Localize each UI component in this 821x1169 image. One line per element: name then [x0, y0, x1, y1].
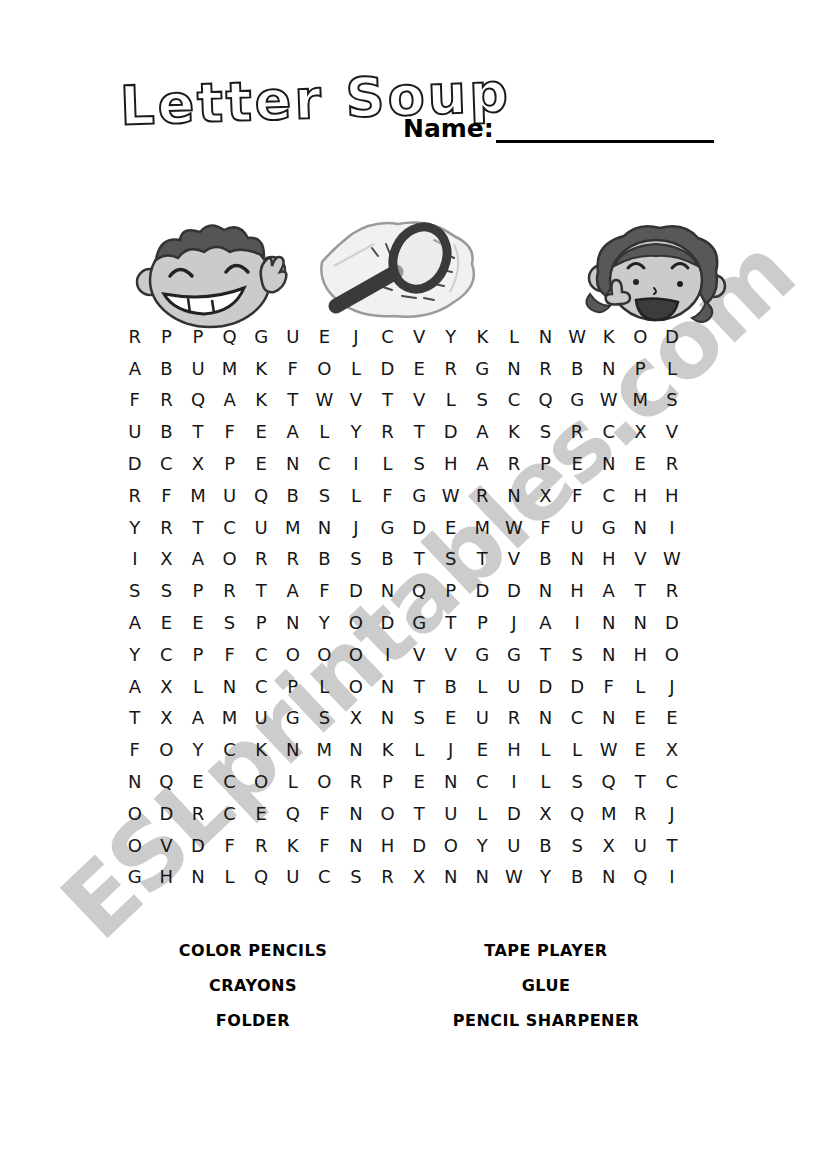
grid-cell-r15c5[interactable]: O — [245, 766, 277, 798]
grid-cell-r14c13[interactable]: H — [498, 734, 530, 766]
grid-cell-r7c18[interactable]: I — [656, 512, 688, 544]
grid-cell-r2c2[interactable]: B — [151, 353, 183, 385]
grid-cell-r11c12[interactable]: G — [467, 639, 499, 671]
grid-cell-r5c9[interactable]: L — [372, 448, 404, 480]
grid-cell-r6c18[interactable]: H — [656, 480, 688, 512]
grid-cell-r18c8[interactable]: S — [340, 862, 372, 894]
grid-cell-r17c16[interactable]: X — [593, 830, 625, 862]
grid-cell-r3c11[interactable]: L — [435, 385, 467, 417]
grid-cell-r10c5[interactable]: P — [245, 607, 277, 639]
grid-cell-r10c9[interactable]: D — [372, 607, 404, 639]
grid-cell-r9c3[interactable]: P — [182, 575, 214, 607]
grid-cell-r8c11[interactable]: S — [435, 544, 467, 576]
grid-cell-r9c11[interactable]: P — [435, 575, 467, 607]
grid-cell-r2c10[interactable]: E — [403, 353, 435, 385]
grid-cell-r3c4[interactable]: A — [214, 385, 246, 417]
grid-cell-r3c17[interactable]: M — [625, 385, 657, 417]
grid-cell-r2c11[interactable]: R — [435, 353, 467, 385]
grid-cell-r6c8[interactable]: L — [340, 480, 372, 512]
grid-cell-r12c10[interactable]: T — [403, 671, 435, 703]
grid-cell-r4c10[interactable]: T — [403, 416, 435, 448]
grid-cell-r13c4[interactable]: M — [214, 703, 246, 735]
grid-cell-r16c2[interactable]: D — [151, 798, 183, 830]
grid-cell-r12c16[interactable]: F — [593, 671, 625, 703]
grid-cell-r15c4[interactable]: C — [214, 766, 246, 798]
grid-cell-r16c7[interactable]: F — [309, 798, 341, 830]
grid-cell-r8c1[interactable]: I — [119, 544, 151, 576]
grid-cell-r12c4[interactable]: N — [214, 671, 246, 703]
grid-cell-r9c2[interactable]: S — [151, 575, 183, 607]
grid-cell-r5c4[interactable]: P — [214, 448, 246, 480]
grid-cell-r17c13[interactable]: U — [498, 830, 530, 862]
grid-cell-r12c7[interactable]: L — [309, 671, 341, 703]
grid-cell-r18c5[interactable]: Q — [245, 862, 277, 894]
grid-cell-r16c17[interactable]: R — [625, 798, 657, 830]
grid-cell-r13c7[interactable]: S — [309, 703, 341, 735]
grid-cell-r12c15[interactable]: D — [561, 671, 593, 703]
grid-cell-r14c10[interactable]: L — [403, 734, 435, 766]
grid-cell-r6c16[interactable]: C — [593, 480, 625, 512]
grid-cell-r18c17[interactable]: Q — [625, 862, 657, 894]
grid-cell-r14c8[interactable]: N — [340, 734, 372, 766]
grid-cell-r16c5[interactable]: E — [245, 798, 277, 830]
grid-cell-r14c9[interactable]: K — [372, 734, 404, 766]
grid-cell-r10c11[interactable]: T — [435, 607, 467, 639]
grid-cell-r9c14[interactable]: N — [530, 575, 562, 607]
grid-cell-r7c7[interactable]: N — [309, 512, 341, 544]
grid-cell-r17c5[interactable]: R — [245, 830, 277, 862]
grid-cell-r7c8[interactable]: J — [340, 512, 372, 544]
grid-cell-r14c6[interactable]: N — [277, 734, 309, 766]
grid-cell-r17c10[interactable]: D — [403, 830, 435, 862]
grid-cell-r13c18[interactable]: E — [656, 703, 688, 735]
grid-cell-r8c5[interactable]: R — [245, 544, 277, 576]
grid-cell-r15c18[interactable]: C — [656, 766, 688, 798]
grid-cell-r18c9[interactable]: R — [372, 862, 404, 894]
grid-cell-r7c14[interactable]: F — [530, 512, 562, 544]
grid-cell-r18c2[interactable]: H — [151, 862, 183, 894]
grid-cell-r6c11[interactable]: W — [435, 480, 467, 512]
grid-cell-r11c18[interactable]: O — [656, 639, 688, 671]
grid-cell-r1c14[interactable]: N — [530, 321, 562, 353]
grid-cell-r5c6[interactable]: N — [277, 448, 309, 480]
grid-cell-r4c14[interactable]: S — [530, 416, 562, 448]
grid-cell-r8c4[interactable]: O — [214, 544, 246, 576]
grid-cell-r4c1[interactable]: U — [119, 416, 151, 448]
grid-cell-r5c14[interactable]: P — [530, 448, 562, 480]
grid-cell-r9c17[interactable]: T — [625, 575, 657, 607]
grid-cell-r14c16[interactable]: W — [593, 734, 625, 766]
grid-cell-r4c9[interactable]: R — [372, 416, 404, 448]
grid-cell-r2c12[interactable]: G — [467, 353, 499, 385]
grid-cell-r6c1[interactable]: R — [119, 480, 151, 512]
grid-cell-r5c18[interactable]: R — [656, 448, 688, 480]
grid-cell-r12c6[interactable]: P — [277, 671, 309, 703]
grid-cell-r10c6[interactable]: N — [277, 607, 309, 639]
grid-cell-r14c12[interactable]: E — [467, 734, 499, 766]
grid-cell-r17c17[interactable]: U — [625, 830, 657, 862]
grid-cell-r16c11[interactable]: U — [435, 798, 467, 830]
grid-cell-r13c5[interactable]: U — [245, 703, 277, 735]
grid-cell-r10c2[interactable]: E — [151, 607, 183, 639]
grid-cell-r15c13[interactable]: I — [498, 766, 530, 798]
grid-cell-r9c10[interactable]: Q — [403, 575, 435, 607]
grid-cell-r13c1[interactable]: T — [119, 703, 151, 735]
grid-cell-r18c18[interactable]: I — [656, 862, 688, 894]
grid-cell-r13c12[interactable]: U — [467, 703, 499, 735]
grid-cell-r3c8[interactable]: V — [340, 385, 372, 417]
grid-cell-r10c10[interactable]: G — [403, 607, 435, 639]
grid-cell-r4c11[interactable]: D — [435, 416, 467, 448]
grid-cell-r7c6[interactable]: M — [277, 512, 309, 544]
grid-cell-r14c11[interactable]: J — [435, 734, 467, 766]
grid-cell-r2c9[interactable]: D — [372, 353, 404, 385]
grid-cell-r18c6[interactable]: U — [277, 862, 309, 894]
grid-cell-r5c2[interactable]: C — [151, 448, 183, 480]
grid-cell-r16c16[interactable]: M — [593, 798, 625, 830]
grid-cell-r6c13[interactable]: N — [498, 480, 530, 512]
grid-cell-r12c13[interactable]: U — [498, 671, 530, 703]
grid-cell-r13c11[interactable]: E — [435, 703, 467, 735]
grid-cell-r3c18[interactable]: S — [656, 385, 688, 417]
grid-cell-r15c17[interactable]: T — [625, 766, 657, 798]
grid-cell-r15c15[interactable]: S — [561, 766, 593, 798]
grid-cell-r7c13[interactable]: W — [498, 512, 530, 544]
grid-cell-r4c4[interactable]: F — [214, 416, 246, 448]
grid-cell-r7c16[interactable]: G — [593, 512, 625, 544]
grid-cell-r15c3[interactable]: E — [182, 766, 214, 798]
grid-cell-r10c4[interactable]: S — [214, 607, 246, 639]
grid-cell-r18c4[interactable]: L — [214, 862, 246, 894]
grid-cell-r6c3[interactable]: M — [182, 480, 214, 512]
grid-cell-r15c7[interactable]: O — [309, 766, 341, 798]
grid-cell-r14c15[interactable]: L — [561, 734, 593, 766]
grid-cell-r16c9[interactable]: O — [372, 798, 404, 830]
grid-cell-r17c8[interactable]: N — [340, 830, 372, 862]
grid-cell-r8c15[interactable]: N — [561, 544, 593, 576]
grid-cell-r17c12[interactable]: Y — [467, 830, 499, 862]
grid-cell-r14c7[interactable]: M — [309, 734, 341, 766]
grid-cell-r13c2[interactable]: X — [151, 703, 183, 735]
grid-cell-r18c10[interactable]: X — [403, 862, 435, 894]
grid-cell-r15c2[interactable]: Q — [151, 766, 183, 798]
grid-cell-r2c14[interactable]: R — [530, 353, 562, 385]
grid-cell-r8c8[interactable]: S — [340, 544, 372, 576]
grid-cell-r16c10[interactable]: T — [403, 798, 435, 830]
grid-cell-r11c7[interactable]: O — [309, 639, 341, 671]
grid-cell-r5c17[interactable]: E — [625, 448, 657, 480]
grid-cell-r12c18[interactable]: J — [656, 671, 688, 703]
grid-cell-r13c16[interactable]: N — [593, 703, 625, 735]
grid-cell-r18c3[interactable]: N — [182, 862, 214, 894]
grid-cell-r12c12[interactable]: L — [467, 671, 499, 703]
grid-cell-r10c14[interactable]: A — [530, 607, 562, 639]
grid-cell-r13c3[interactable]: A — [182, 703, 214, 735]
grid-cell-r14c5[interactable]: K — [245, 734, 277, 766]
grid-cell-r8c6[interactable]: R — [277, 544, 309, 576]
grid-cell-r4c17[interactable]: X — [625, 416, 657, 448]
grid-cell-r7c4[interactable]: C — [214, 512, 246, 544]
grid-cell-r8c7[interactable]: B — [309, 544, 341, 576]
grid-cell-r4c16[interactable]: C — [593, 416, 625, 448]
grid-cell-r2c5[interactable]: K — [245, 353, 277, 385]
grid-cell-r7c1[interactable]: Y — [119, 512, 151, 544]
grid-cell-r10c13[interactable]: J — [498, 607, 530, 639]
grid-cell-r11c10[interactable]: V — [403, 639, 435, 671]
grid-cell-r5c5[interactable]: E — [245, 448, 277, 480]
grid-cell-r6c12[interactable]: R — [467, 480, 499, 512]
grid-cell-r16c18[interactable]: J — [656, 798, 688, 830]
grid-cell-r18c11[interactable]: N — [435, 862, 467, 894]
grid-cell-r14c17[interactable]: E — [625, 734, 657, 766]
grid-cell-r18c12[interactable]: N — [467, 862, 499, 894]
grid-cell-r11c11[interactable]: V — [435, 639, 467, 671]
grid-cell-r9c15[interactable]: H — [561, 575, 593, 607]
grid-cell-r11c5[interactable]: C — [245, 639, 277, 671]
grid-cell-r8c18[interactable]: W — [656, 544, 688, 576]
grid-cell-r3c12[interactable]: S — [467, 385, 499, 417]
grid-cell-r15c12[interactable]: C — [467, 766, 499, 798]
grid-cell-r14c1[interactable]: F — [119, 734, 151, 766]
grid-cell-r4c6[interactable]: A — [277, 416, 309, 448]
grid-cell-r2c13[interactable]: N — [498, 353, 530, 385]
grid-cell-r8c16[interactable]: H — [593, 544, 625, 576]
grid-cell-r6c4[interactable]: U — [214, 480, 246, 512]
grid-cell-r2c15[interactable]: B — [561, 353, 593, 385]
grid-cell-r9c5[interactable]: T — [245, 575, 277, 607]
grid-cell-r6c14[interactable]: X — [530, 480, 562, 512]
grid-cell-r12c2[interactable]: X — [151, 671, 183, 703]
grid-cell-r8c10[interactable]: T — [403, 544, 435, 576]
grid-cell-r13c15[interactable]: C — [561, 703, 593, 735]
grid-cell-r18c16[interactable]: N — [593, 862, 625, 894]
grid-cell-r9c16[interactable]: A — [593, 575, 625, 607]
grid-cell-r12c14[interactable]: D — [530, 671, 562, 703]
grid-cell-r2c6[interactable]: F — [277, 353, 309, 385]
grid-cell-r8c14[interactable]: B — [530, 544, 562, 576]
grid-cell-r12c3[interactable]: L — [182, 671, 214, 703]
grid-cell-r7c10[interactable]: D — [403, 512, 435, 544]
grid-cell-r12c5[interactable]: C — [245, 671, 277, 703]
grid-cell-r7c9[interactable]: G — [372, 512, 404, 544]
grid-cell-r5c16[interactable]: N — [593, 448, 625, 480]
grid-cell-r18c13[interactable]: W — [498, 862, 530, 894]
grid-cell-r7c15[interactable]: U — [561, 512, 593, 544]
grid-cell-r7c17[interactable]: N — [625, 512, 657, 544]
grid-cell-r4c12[interactable]: A — [467, 416, 499, 448]
grid-cell-r11c16[interactable]: N — [593, 639, 625, 671]
grid-cell-r8c17[interactable]: V — [625, 544, 657, 576]
grid-cell-r11c9[interactable]: I — [372, 639, 404, 671]
grid-cell-r7c12[interactable]: M — [467, 512, 499, 544]
grid-cell-r16c14[interactable]: X — [530, 798, 562, 830]
grid-cell-r11c3[interactable]: P — [182, 639, 214, 671]
grid-cell-r16c6[interactable]: Q — [277, 798, 309, 830]
grid-cell-r13c9[interactable]: N — [372, 703, 404, 735]
grid-cell-r5c1[interactable]: D — [119, 448, 151, 480]
grid-cell-r7c11[interactable]: E — [435, 512, 467, 544]
grid-cell-r17c2[interactable]: V — [151, 830, 183, 862]
grid-cell-r4c7[interactable]: L — [309, 416, 341, 448]
grid-cell-r5c7[interactable]: C — [309, 448, 341, 480]
grid-cell-r18c1[interactable]: G — [119, 862, 151, 894]
grid-cell-r3c6[interactable]: T — [277, 385, 309, 417]
grid-cell-r10c18[interactable]: D — [656, 607, 688, 639]
grid-cell-r9c4[interactable]: R — [214, 575, 246, 607]
grid-cell-r17c4[interactable]: F — [214, 830, 246, 862]
grid-cell-r12c9[interactable]: N — [372, 671, 404, 703]
grid-cell-r9c12[interactable]: D — [467, 575, 499, 607]
grid-cell-r2c17[interactable]: P — [625, 353, 657, 385]
grid-cell-r11c13[interactable]: G — [498, 639, 530, 671]
grid-cell-r12c8[interactable]: O — [340, 671, 372, 703]
grid-cell-r13c6[interactable]: G — [277, 703, 309, 735]
grid-cell-r5c3[interactable]: X — [182, 448, 214, 480]
grid-cell-r4c5[interactable]: E — [245, 416, 277, 448]
grid-cell-r9c9[interactable]: N — [372, 575, 404, 607]
grid-cell-r6c7[interactable]: S — [309, 480, 341, 512]
grid-cell-r17c11[interactable]: O — [435, 830, 467, 862]
grid-cell-r11c17[interactable]: H — [625, 639, 657, 671]
grid-cell-r2c4[interactable]: M — [214, 353, 246, 385]
grid-cell-r12c1[interactable]: A — [119, 671, 151, 703]
grid-cell-r6c5[interactable]: Q — [245, 480, 277, 512]
grid-cell-r9c1[interactable]: S — [119, 575, 151, 607]
grid-cell-r11c8[interactable]: O — [340, 639, 372, 671]
grid-cell-r5c15[interactable]: E — [561, 448, 593, 480]
grid-cell-r12c17[interactable]: L — [625, 671, 657, 703]
grid-cell-r16c4[interactable]: C — [214, 798, 246, 830]
grid-cell-r10c7[interactable]: Y — [309, 607, 341, 639]
grid-cell-r16c3[interactable]: R — [182, 798, 214, 830]
grid-cell-r17c18[interactable]: T — [656, 830, 688, 862]
grid-cell-r11c14[interactable]: T — [530, 639, 562, 671]
grid-cell-r18c14[interactable]: Y — [530, 862, 562, 894]
grid-cell-r7c2[interactable]: R — [151, 512, 183, 544]
grid-cell-r12c11[interactable]: B — [435, 671, 467, 703]
grid-cell-r3c7[interactable]: W — [309, 385, 341, 417]
grid-cell-r8c13[interactable]: V — [498, 544, 530, 576]
grid-cell-r11c6[interactable]: O — [277, 639, 309, 671]
grid-cell-r15c6[interactable]: L — [277, 766, 309, 798]
grid-cell-r6c15[interactable]: F — [561, 480, 593, 512]
grid-cell-r2c16[interactable]: N — [593, 353, 625, 385]
grid-cell-r15c11[interactable]: N — [435, 766, 467, 798]
grid-cell-r4c18[interactable]: V — [656, 416, 688, 448]
grid-cell-r17c15[interactable]: S — [561, 830, 593, 862]
grid-cell-r10c3[interactable]: E — [182, 607, 214, 639]
grid-cell-r16c8[interactable]: N — [340, 798, 372, 830]
grid-cell-r3c9[interactable]: T — [372, 385, 404, 417]
grid-cell-r10c16[interactable]: N — [593, 607, 625, 639]
grid-cell-r16c13[interactable]: D — [498, 798, 530, 830]
grid-cell-r6c6[interactable]: B — [277, 480, 309, 512]
grid-cell-r13c17[interactable]: E — [625, 703, 657, 735]
grid-cell-r15c14[interactable]: L — [530, 766, 562, 798]
grid-cell-r6c2[interactable]: F — [151, 480, 183, 512]
grid-cell-r8c2[interactable]: X — [151, 544, 183, 576]
grid-cell-r2c18[interactable]: L — [656, 353, 688, 385]
grid-cell-r18c15[interactable]: B — [561, 862, 593, 894]
grid-cell-r13c14[interactable]: N — [530, 703, 562, 735]
grid-cell-r1c13[interactable]: L — [498, 321, 530, 353]
grid-cell-r5c10[interactable]: S — [403, 448, 435, 480]
grid-cell-r16c1[interactable]: O — [119, 798, 151, 830]
grid-cell-r4c13[interactable]: K — [498, 416, 530, 448]
grid-cell-r3c2[interactable]: R — [151, 385, 183, 417]
grid-cell-r14c3[interactable]: Y — [182, 734, 214, 766]
grid-cell-r18c7[interactable]: C — [309, 862, 341, 894]
grid-cell-r5c8[interactable]: I — [340, 448, 372, 480]
grid-cell-r4c8[interactable]: Y — [340, 416, 372, 448]
grid-cell-r14c4[interactable]: C — [214, 734, 246, 766]
grid-cell-r10c1[interactable]: A — [119, 607, 151, 639]
grid-cell-r4c3[interactable]: T — [182, 416, 214, 448]
grid-cell-r10c17[interactable]: N — [625, 607, 657, 639]
grid-cell-r11c15[interactable]: S — [561, 639, 593, 671]
grid-cell-r3c5[interactable]: K — [245, 385, 277, 417]
grid-cell-r15c1[interactable]: N — [119, 766, 151, 798]
grid-cell-r15c16[interactable]: Q — [593, 766, 625, 798]
grid-cell-r16c15[interactable]: Q — [561, 798, 593, 830]
grid-cell-r2c7[interactable]: O — [309, 353, 341, 385]
grid-cell-r5c12[interactable]: A — [467, 448, 499, 480]
grid-cell-r9c13[interactable]: D — [498, 575, 530, 607]
grid-cell-r17c7[interactable]: F — [309, 830, 341, 862]
grid-cell-r2c1[interactable]: A — [119, 353, 151, 385]
grid-cell-r14c2[interactable]: O — [151, 734, 183, 766]
grid-cell-r15c8[interactable]: R — [340, 766, 372, 798]
grid-cell-r16c12[interactable]: L — [467, 798, 499, 830]
grid-cell-r4c2[interactable]: B — [151, 416, 183, 448]
grid-cell-r3c14[interactable]: Q — [530, 385, 562, 417]
grid-cell-r14c18[interactable]: X — [656, 734, 688, 766]
grid-cell-r13c10[interactable]: S — [403, 703, 435, 735]
grid-cell-r13c13[interactable]: R — [498, 703, 530, 735]
grid-cell-r6c9[interactable]: F — [372, 480, 404, 512]
grid-cell-r3c13[interactable]: C — [498, 385, 530, 417]
grid-cell-r3c16[interactable]: W — [593, 385, 625, 417]
grid-cell-r11c2[interactable]: C — [151, 639, 183, 671]
grid-cell-r5c11[interactable]: H — [435, 448, 467, 480]
grid-cell-r17c1[interactable]: O — [119, 830, 151, 862]
grid-cell-r6c17[interactable]: H — [625, 480, 657, 512]
grid-cell-r9c6[interactable]: A — [277, 575, 309, 607]
grid-cell-r15c9[interactable]: P — [372, 766, 404, 798]
grid-cell-r9c7[interactable]: F — [309, 575, 341, 607]
grid-cell-r11c1[interactable]: Y — [119, 639, 151, 671]
grid-cell-r17c3[interactable]: D — [182, 830, 214, 862]
grid-cell-r3c3[interactable]: Q — [182, 385, 214, 417]
grid-cell-r9c18[interactable]: R — [656, 575, 688, 607]
grid-cell-r17c9[interactable]: H — [372, 830, 404, 862]
grid-cell-r8c12[interactable]: T — [467, 544, 499, 576]
grid-cell-r6c10[interactable]: G — [403, 480, 435, 512]
grid-cell-r17c6[interactable]: K — [277, 830, 309, 862]
grid-cell-r7c3[interactable]: T — [182, 512, 214, 544]
name-input-line[interactable] — [496, 114, 714, 143]
grid-cell-r9c8[interactable]: D — [340, 575, 372, 607]
grid-cell-r4c15[interactable]: R — [561, 416, 593, 448]
grid-cell-r7c5[interactable]: U — [245, 512, 277, 544]
grid-cell-r3c15[interactable]: G — [561, 385, 593, 417]
grid-cell-r8c3[interactable]: A — [182, 544, 214, 576]
grid-cell-r8c9[interactable]: B — [372, 544, 404, 576]
grid-cell-r10c8[interactable]: O — [340, 607, 372, 639]
grid-cell-r2c3[interactable]: U — [182, 353, 214, 385]
grid-cell-r13c8[interactable]: X — [340, 703, 372, 735]
grid-cell-r3c1[interactable]: F — [119, 385, 151, 417]
